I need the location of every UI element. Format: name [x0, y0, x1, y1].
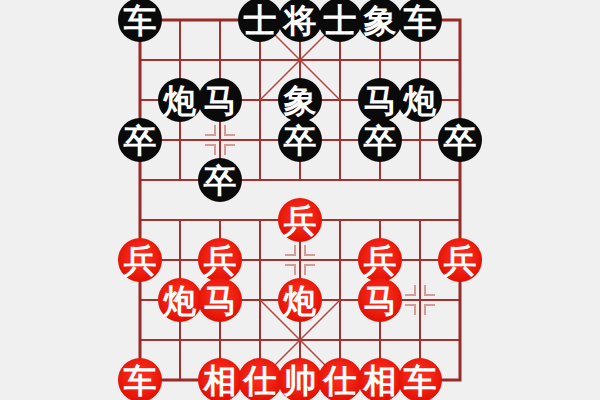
- piece-red-cannon[interactable]: 炮: [278, 278, 322, 322]
- piece-black-cannon[interactable]: 炮: [158, 78, 202, 122]
- piece-red-soldier[interactable]: 兵: [198, 238, 242, 282]
- piece-red-chariot[interactable]: 车: [398, 358, 442, 400]
- piece-black-soldier[interactable]: 卒: [198, 158, 242, 202]
- piece-red-soldier[interactable]: 兵: [358, 238, 402, 282]
- piece-red-elephant[interactable]: 相: [358, 358, 402, 400]
- piece-red-soldier[interactable]: 兵: [278, 198, 322, 242]
- piece-black-soldier[interactable]: 卒: [358, 118, 402, 162]
- piece-black-advisor[interactable]: 士: [238, 0, 282, 42]
- piece-black-soldier[interactable]: 卒: [118, 118, 162, 162]
- piece-black-cannon[interactable]: 炮: [398, 78, 442, 122]
- piece-red-horse[interactable]: 马: [198, 278, 242, 322]
- piece-black-soldier[interactable]: 卒: [438, 118, 482, 162]
- piece-layer: 车士将士象车炮马象马炮卒卒卒卒卒兵兵兵兵兵炮马炮马车相仕帅仕相车: [120, 0, 480, 400]
- piece-red-cannon[interactable]: 炮: [158, 278, 202, 322]
- piece-red-advisor[interactable]: 仕: [318, 358, 362, 400]
- piece-red-soldier[interactable]: 兵: [118, 238, 162, 282]
- piece-black-soldier[interactable]: 卒: [278, 118, 322, 162]
- piece-black-general[interactable]: 将: [278, 0, 322, 42]
- piece-red-general[interactable]: 帅: [278, 358, 322, 400]
- piece-black-chariot[interactable]: 车: [398, 0, 442, 42]
- piece-black-elephant[interactable]: 象: [278, 78, 322, 122]
- piece-red-soldier[interactable]: 兵: [438, 238, 482, 282]
- xiangqi-board: 车士将士象车炮马象马炮卒卒卒卒卒兵兵兵兵兵炮马炮马车相仕帅仕相车: [0, 0, 600, 400]
- piece-black-horse[interactable]: 马: [198, 78, 242, 122]
- piece-black-elephant[interactable]: 象: [358, 0, 402, 42]
- piece-red-chariot[interactable]: 车: [118, 358, 162, 400]
- piece-red-advisor[interactable]: 仕: [238, 358, 282, 400]
- piece-black-advisor[interactable]: 士: [318, 0, 362, 42]
- piece-red-horse[interactable]: 马: [358, 278, 402, 322]
- piece-black-chariot[interactable]: 车: [118, 0, 162, 42]
- piece-black-horse[interactable]: 马: [358, 78, 402, 122]
- piece-red-elephant[interactable]: 相: [198, 358, 242, 400]
